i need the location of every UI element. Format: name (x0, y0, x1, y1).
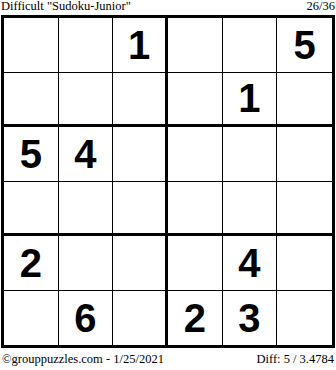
cell-r3c3[interactable] (113, 127, 168, 182)
cell-r4c6[interactable] (277, 182, 332, 237)
cell-r3c4[interactable] (168, 127, 223, 182)
cell-r5c1[interactable]: 2 (4, 236, 59, 291)
cell-r2c1[interactable] (4, 73, 59, 128)
cell-r1c4[interactable] (168, 18, 223, 73)
cell-r6c2[interactable]: 6 (59, 291, 114, 346)
cell-r6c3[interactable] (113, 291, 168, 346)
cell-r1c6[interactable]: 5 (277, 18, 332, 73)
cell-r3c2[interactable]: 4 (59, 127, 114, 182)
cell-r5c6[interactable] (277, 236, 332, 291)
cell-r2c2[interactable] (59, 73, 114, 128)
cell-r3c5[interactable] (223, 127, 278, 182)
cell-r5c5[interactable]: 4 (223, 236, 278, 291)
cell-r4c4[interactable] (168, 182, 223, 237)
cell-r2c3[interactable] (113, 73, 168, 128)
cell-r4c3[interactable] (113, 182, 168, 237)
footer: ©grouppuzzles.com - 1/25/2021 Diff: 5 / … (0, 350, 336, 368)
cell-r6c4[interactable]: 2 (168, 291, 223, 346)
footer-copyright: ©grouppuzzles.com - 1/25/2021 (0, 352, 164, 367)
footer-difficulty: Diff: 5 / 3.4784 (256, 352, 336, 367)
cell-r3c6[interactable] (277, 127, 332, 182)
cell-r1c1[interactable] (4, 18, 59, 73)
cell-r2c6[interactable] (277, 73, 332, 128)
cell-r4c1[interactable] (4, 182, 59, 237)
progress-counter: 26/36 (307, 0, 336, 13)
cell-r3c1[interactable]: 5 (4, 127, 59, 182)
cell-r6c1[interactable] (4, 291, 59, 346)
cell-r4c2[interactable] (59, 182, 114, 237)
cell-r5c4[interactable] (168, 236, 223, 291)
cell-r2c5[interactable]: 1 (223, 73, 278, 128)
page-title: Difficult "Sudoku-Junior" (0, 0, 131, 13)
puzzle-page: Difficult "Sudoku-Junior" 26/36 15154246… (0, 0, 336, 370)
cell-r1c2[interactable] (59, 18, 114, 73)
cell-r1c5[interactable] (223, 18, 278, 73)
cell-r4c5[interactable] (223, 182, 278, 237)
sudoku-grid: 1515424623 (1, 15, 335, 348)
header: Difficult "Sudoku-Junior" 26/36 (0, 0, 336, 15)
cell-r2c4[interactable] (168, 73, 223, 128)
cell-r5c3[interactable] (113, 236, 168, 291)
cell-r6c6[interactable] (277, 291, 332, 346)
cell-r6c5[interactable]: 3 (223, 291, 278, 346)
cell-r5c2[interactable] (59, 236, 114, 291)
cell-r1c3[interactable]: 1 (113, 18, 168, 73)
